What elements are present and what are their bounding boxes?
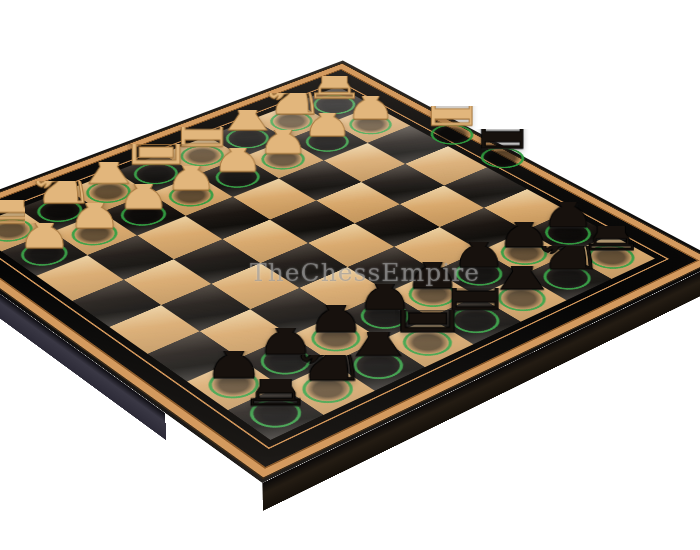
white-pawn-icon: ♟ xyxy=(67,176,122,238)
white-pawn-icon: ♟ xyxy=(16,195,72,257)
chess-set-product-photo: ♜♟♟♜♞♟♟♞♝♟♟♝♛♟♟♛♚♟♟♚♝♟♟♝♞♟♟♞♜♟♟♜ ♛♛ TheC… xyxy=(0,0,700,550)
black-rook-icon: ♜ xyxy=(237,331,315,418)
black-queen-icon: ♛ xyxy=(459,65,547,163)
watermark-text: TheChessEmpire xyxy=(250,258,480,287)
